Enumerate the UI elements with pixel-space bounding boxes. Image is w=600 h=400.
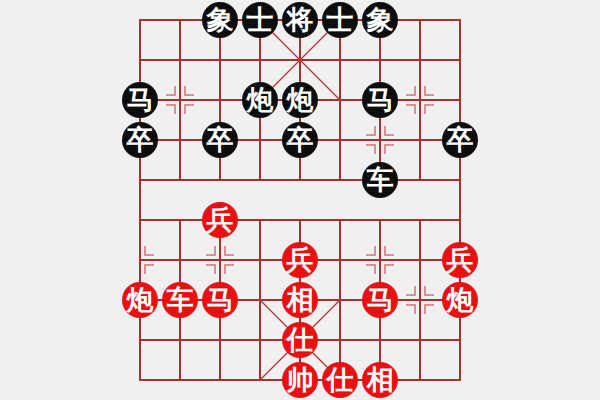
piece-black-horse[interactable]: 马 [122,82,158,118]
piece-black-elephant[interactable]: 象 [202,2,238,38]
piece-black-cannon[interactable]: 炮 [282,82,318,118]
piece-red-advisor[interactable]: 仕 [282,322,318,358]
piece-black-horse[interactable]: 马 [362,82,398,118]
piece-red-general[interactable]: 帅 [282,362,318,398]
piece-black-advisor[interactable]: 士 [242,2,278,38]
piece-black-soldier[interactable]: 卒 [282,122,318,158]
piece-red-elephant[interactable]: 相 [362,362,398,398]
piece-black-chariot[interactable]: 车 [362,162,398,198]
piece-red-elephant[interactable]: 相 [282,282,318,318]
piece-black-general[interactable]: 将 [282,2,318,38]
piece-red-horse[interactable]: 马 [362,282,398,318]
piece-grid: 象士将士象马炮炮马卒卒卒卒车兵兵兵炮车马相马炮仕帅仕相 [120,0,480,400]
piece-black-soldier[interactable]: 卒 [442,122,478,158]
piece-black-cannon[interactable]: 炮 [242,82,278,118]
piece-red-horse[interactable]: 马 [202,282,238,318]
piece-red-advisor[interactable]: 仕 [322,362,358,398]
piece-red-chariot[interactable]: 车 [162,282,198,318]
piece-red-cannon[interactable]: 炮 [442,282,478,318]
piece-red-cannon[interactable]: 炮 [122,282,158,318]
piece-red-soldier[interactable]: 兵 [282,242,318,278]
xiangqi-board: 象士将士象马炮炮马卒卒卒卒车兵兵兵炮车马相马炮仕帅仕相 [0,0,600,400]
piece-black-soldier[interactable]: 卒 [122,122,158,158]
piece-red-soldier[interactable]: 兵 [202,202,238,238]
screenshot-stage: 象士将士象马炮炮马卒卒卒卒车兵兵兵炮车马相马炮仕帅仕相 [0,0,600,400]
piece-red-soldier[interactable]: 兵 [442,242,478,278]
piece-black-elephant[interactable]: 象 [362,2,398,38]
piece-black-soldier[interactable]: 卒 [202,122,238,158]
piece-black-advisor[interactable]: 士 [322,2,358,38]
